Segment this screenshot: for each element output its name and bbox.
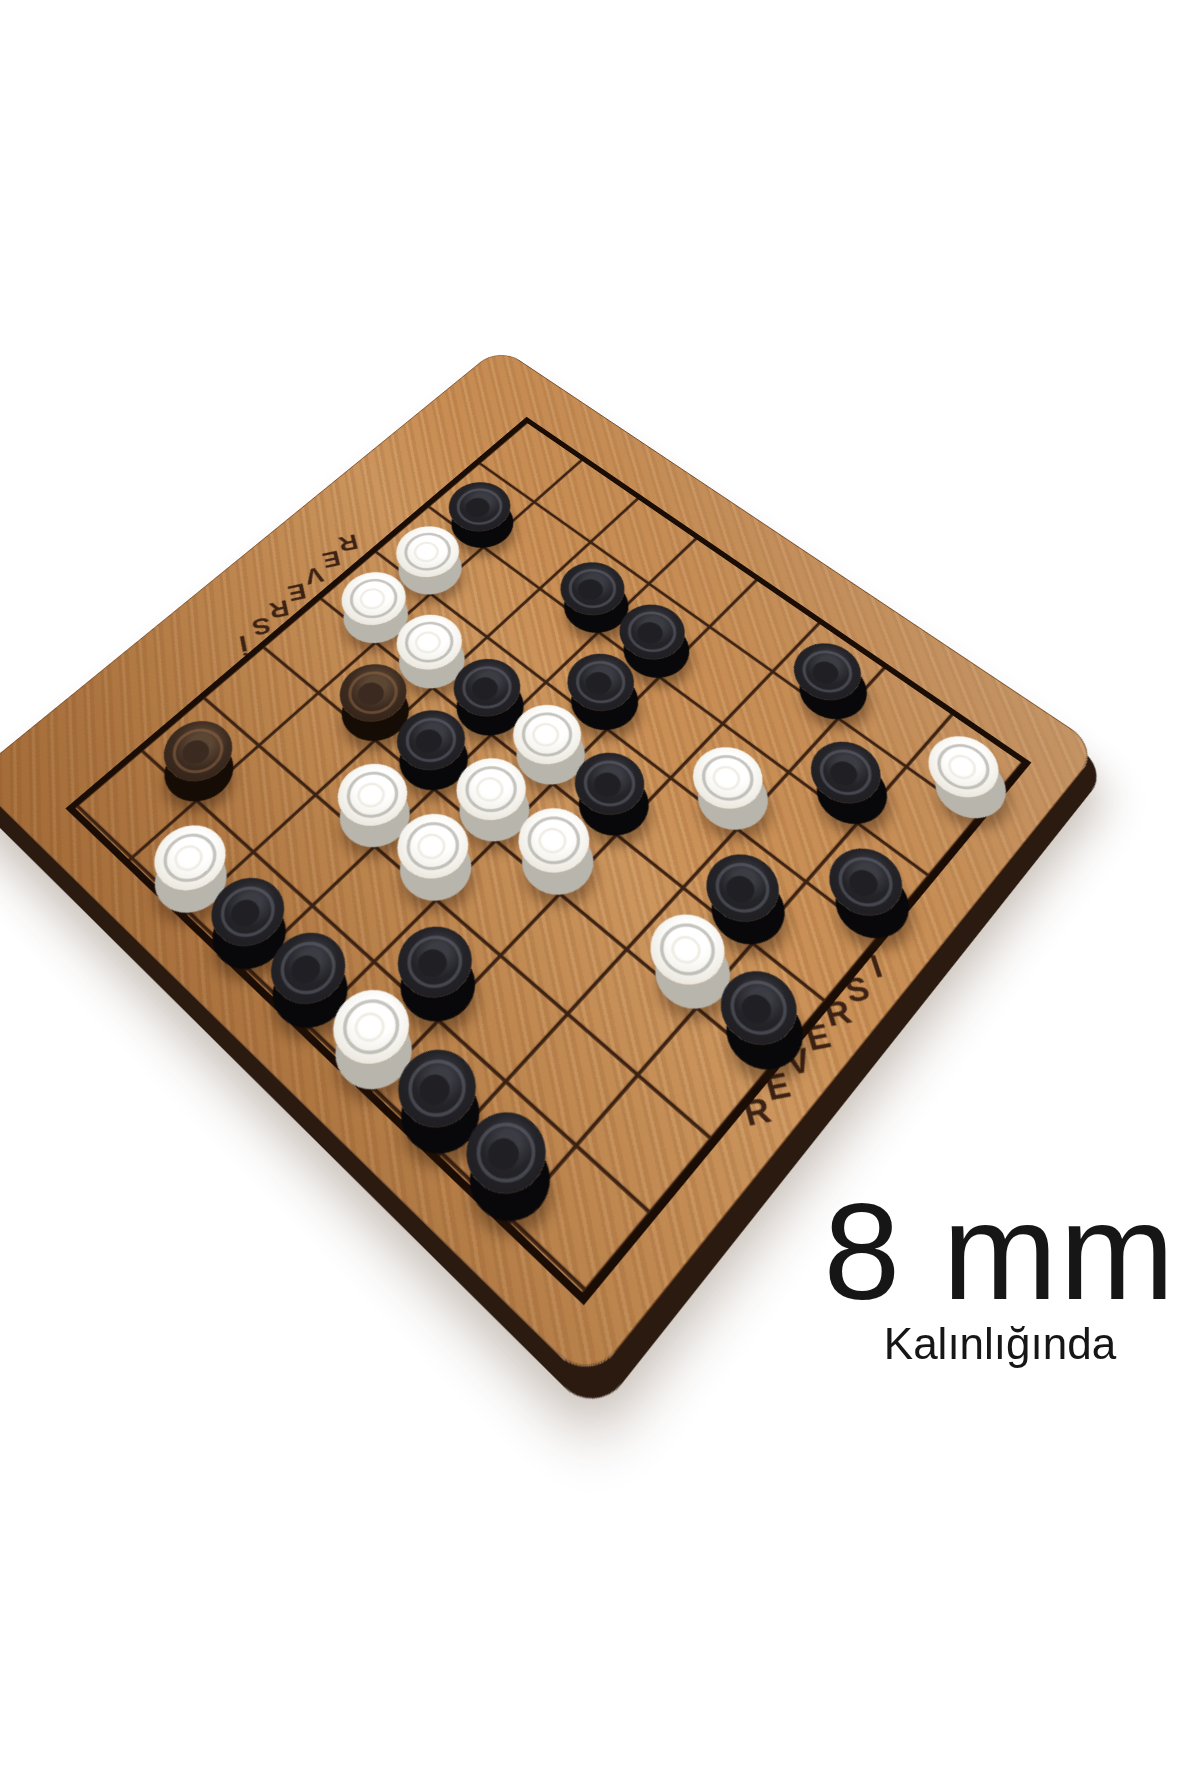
- disc-glyph: ●: [816, 834, 916, 927]
- disc-glyph: ○: [680, 734, 776, 819]
- product-photo: REVERSİ REVERSİ ●○●●●●○●○●○○●○●●●●○○○●○○…: [0, 0, 1180, 1770]
- caption-size: 8 mm: [820, 1186, 1180, 1316]
- disc-glyph: ●: [452, 1095, 562, 1207]
- disc-glyph: ●: [437, 472, 523, 540]
- black-disc: ●: [450, 1095, 562, 1209]
- board-plane: REVERSİ REVERSİ ●○●●●●○●○●○○●○●●●●○○○●○○…: [75, 423, 1022, 1293]
- black-disc: ●: [797, 729, 894, 816]
- black-disc: ●: [815, 834, 917, 928]
- disc-glyph: ●: [384, 912, 487, 1010]
- disc-glyph: ○: [384, 800, 483, 890]
- disc-glyph: ●: [549, 551, 638, 624]
- disc-glyph: ○: [385, 516, 472, 587]
- white-disc: ○: [679, 734, 777, 821]
- disc-glyph: ●: [707, 956, 812, 1058]
- caption: 8 mm Kalınlığında: [820, 1186, 1180, 1368]
- black-disc: ●: [705, 956, 811, 1060]
- reversi-board-grid: ●○●●●●○●○●○○●○●●●●○○○●○○●●○●●○●●: [65, 417, 1031, 1305]
- white-disc: ○: [504, 795, 604, 886]
- disc-glyph: ●: [798, 729, 894, 814]
